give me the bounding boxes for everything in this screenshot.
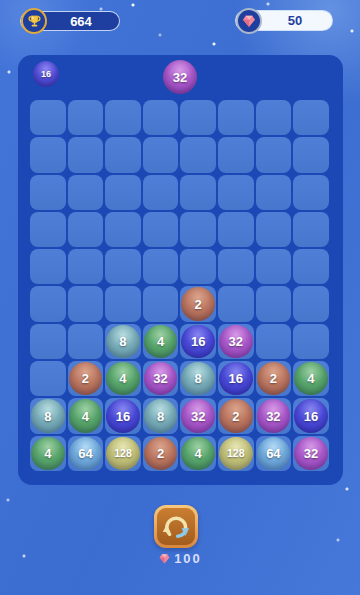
ball-32: 32 [144,362,178,395]
grid-cell[interactable] [218,286,254,321]
gem-icon [236,8,262,34]
ball-16: 16 [294,399,328,432]
grid-cell[interactable]: 4 [105,361,141,396]
gem-pill[interactable]: 50 [235,10,333,31]
grid-cell[interactable] [218,175,254,210]
swap-cost-label: 100 [136,551,224,566]
ball-128: 128 [219,437,253,470]
grid-cell[interactable] [30,361,66,396]
grid-cell[interactable] [256,100,292,135]
grid-cell[interactable]: 4 [180,436,216,471]
grid-cell[interactable]: 64 [68,436,104,471]
ball-8: 8 [144,399,178,432]
grid-cell[interactable] [180,137,216,172]
grid-cell[interactable] [180,249,216,284]
grid-cell[interactable] [180,100,216,135]
grid-cell[interactable]: 4 [30,436,66,471]
grid-cell[interactable] [293,100,329,135]
grid-cell[interactable] [143,175,179,210]
swap-refresh-icon [157,508,195,545]
grid-cell[interactable] [256,175,292,210]
grid-cell[interactable] [293,212,329,247]
grid-cell[interactable]: 16 [218,361,254,396]
ball-8: 8 [181,362,215,395]
ball-64: 64 [69,437,103,470]
grid-cell[interactable] [218,137,254,172]
grid-cell[interactable] [293,286,329,321]
grid-cell[interactable] [30,175,66,210]
ball-4: 4 [144,325,178,358]
grid-cell[interactable]: 8 [143,398,179,433]
grid-cell[interactable] [30,212,66,247]
grid-cell[interactable] [105,175,141,210]
grid-cell[interactable] [68,137,104,172]
grid-cell[interactable] [68,324,104,359]
grid-cell[interactable] [30,100,66,135]
swap-button[interactable] [154,505,198,548]
grid-cell[interactable] [143,100,179,135]
swap-cost-value: 100 [174,551,202,566]
gem-icon [158,552,171,565]
grid-cell[interactable] [105,100,141,135]
next-ball: 16 [33,61,59,87]
ball-4: 4 [181,437,215,470]
ball-2: 2 [69,362,103,395]
ball-8: 8 [31,399,65,432]
grid-cell[interactable]: 128 [105,436,141,471]
grid-cell[interactable]: 16 [180,324,216,359]
grid-cell[interactable] [30,324,66,359]
grid-cell[interactable]: 2 [68,361,104,396]
ball-32: 32 [219,325,253,358]
grid-cell[interactable]: 8 [30,398,66,433]
trophy-icon [21,8,47,34]
ball-8: 8 [106,325,140,358]
grid-cell[interactable]: 2 [218,398,254,433]
ball-32: 32 [294,437,328,470]
grid-cell[interactable]: 2 [143,436,179,471]
ball-32: 32 [181,399,215,432]
ball-4: 4 [106,362,140,395]
grid-cell[interactable] [143,212,179,247]
grid-cell[interactable]: 128 [218,436,254,471]
ball-4: 4 [69,399,103,432]
grid-cell[interactable] [293,175,329,210]
ball-32: 32 [257,399,291,432]
grid-cell[interactable]: 32 [143,361,179,396]
grid-cell[interactable] [256,249,292,284]
grid-cell[interactable] [68,175,104,210]
ball-16: 16 [181,325,215,358]
grid-cell[interactable]: 4 [143,324,179,359]
board-panel: 16 32 2841632243281624841683223216464128… [18,55,343,485]
grid-cell[interactable]: 32 [256,398,292,433]
grid-cell[interactable] [180,175,216,210]
grid-cell[interactable] [30,137,66,172]
grid-cell[interactable] [30,249,66,284]
grid-cell[interactable] [30,286,66,321]
grid-cell[interactable] [68,249,104,284]
grid-cell[interactable]: 32 [180,398,216,433]
grid-cell[interactable] [105,286,141,321]
grid-cell[interactable]: 8 [180,361,216,396]
grid-cell[interactable]: 8 [105,324,141,359]
grid-cell[interactable]: 16 [293,398,329,433]
ball-2: 2 [219,399,253,432]
ball-2: 2 [257,362,291,395]
grid-cell[interactable] [105,137,141,172]
gem-count: 50 [264,11,326,30]
ball-2: 2 [181,287,215,320]
grid-cell[interactable]: 4 [68,398,104,433]
score-value: 664 [49,12,113,30]
grid-cell[interactable] [143,137,179,172]
grid-cell[interactable]: 32 [218,324,254,359]
grid-cell[interactable] [293,249,329,284]
grid-cell[interactable] [143,249,179,284]
falling-ball: 32 [163,60,197,94]
ball-2: 2 [144,437,178,470]
grid-cell[interactable] [105,249,141,284]
ball-4: 4 [31,437,65,470]
grid-cell[interactable] [293,137,329,172]
grid-cell[interactable]: 2 [180,286,216,321]
ball-64: 64 [257,437,291,470]
score-pill: 664 [20,11,120,31]
board-grid: 2841632243281624841683223216464128241286… [30,100,329,471]
grid-cell[interactable] [180,212,216,247]
grid-cell[interactable] [256,324,292,359]
grid-cell[interactable] [256,212,292,247]
grid-cell[interactable] [105,212,141,247]
grid-cell[interactable]: 64 [256,436,292,471]
grid-cell[interactable] [68,212,104,247]
ball-128: 128 [106,437,140,470]
grid-cell[interactable] [143,286,179,321]
grid-cell[interactable] [256,137,292,172]
grid-cell[interactable]: 2 [256,361,292,396]
grid-cell[interactable] [218,249,254,284]
grid-cell[interactable] [68,286,104,321]
grid-cell[interactable] [218,100,254,135]
grid-cell[interactable] [68,100,104,135]
grid-cell[interactable]: 32 [293,436,329,471]
ball-16: 16 [219,362,253,395]
grid-cell[interactable]: 16 [105,398,141,433]
grid-cell[interactable]: 4 [293,361,329,396]
ball-16: 16 [106,399,140,432]
ball-4: 4 [294,362,328,395]
grid-cell[interactable] [256,286,292,321]
grid-cell[interactable] [293,324,329,359]
grid-cell[interactable] [218,212,254,247]
